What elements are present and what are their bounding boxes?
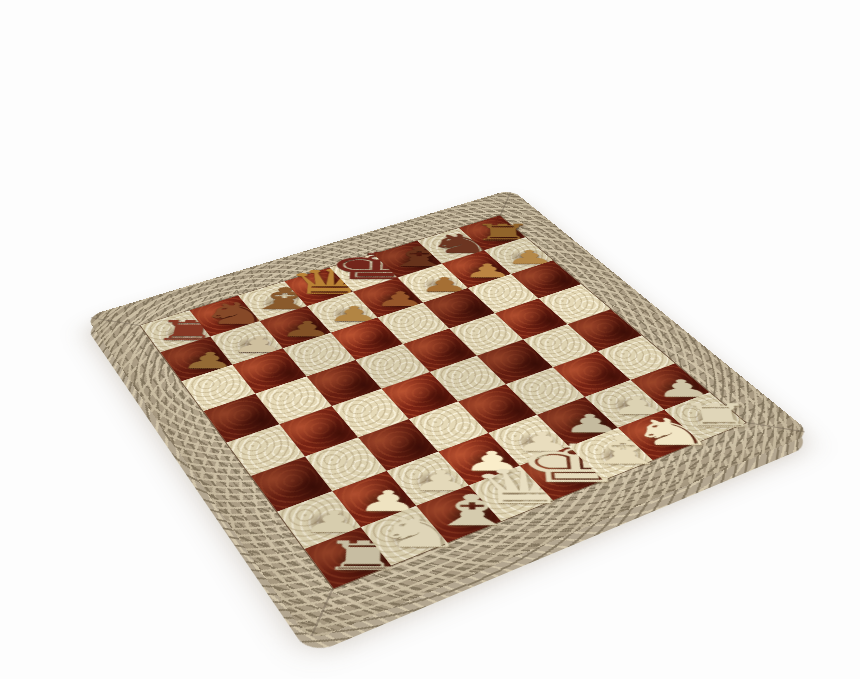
white-rook-h1: ♜: [676, 401, 760, 431]
square-b5: [256, 376, 332, 424]
border-miter-seam: [91, 317, 146, 327]
product-photo-stage: ♜♞♝♛♚♝♞♜♟♟♟♟♟♟♟♟♟♟♟♟♟♟♟♟♜♞♝♛♚♝♞♜: [0, 0, 860, 679]
border-miter-seam: [498, 192, 511, 218]
chessboard-3d-scene: ♜♞♝♛♚♝♞♜♟♟♟♟♟♟♟♟♟♟♟♟♟♟♟♟♜♞♝♛♚♝♞♜: [86, 189, 812, 642]
black-pawn-h7: ♟: [504, 248, 557, 266]
board-slab: ♜♞♝♛♚♝♞♜♟♟♟♟♟♟♟♟♟♟♟♟♟♟♟♟♜♞♝♛♚♝♞♜: [86, 189, 812, 642]
black-rook-h8: ♜: [471, 221, 537, 243]
border-miter-seam: [311, 583, 336, 636]
square-a6: [181, 364, 255, 411]
square-f1: ♝: [569, 428, 652, 480]
square-g3: [553, 351, 630, 397]
